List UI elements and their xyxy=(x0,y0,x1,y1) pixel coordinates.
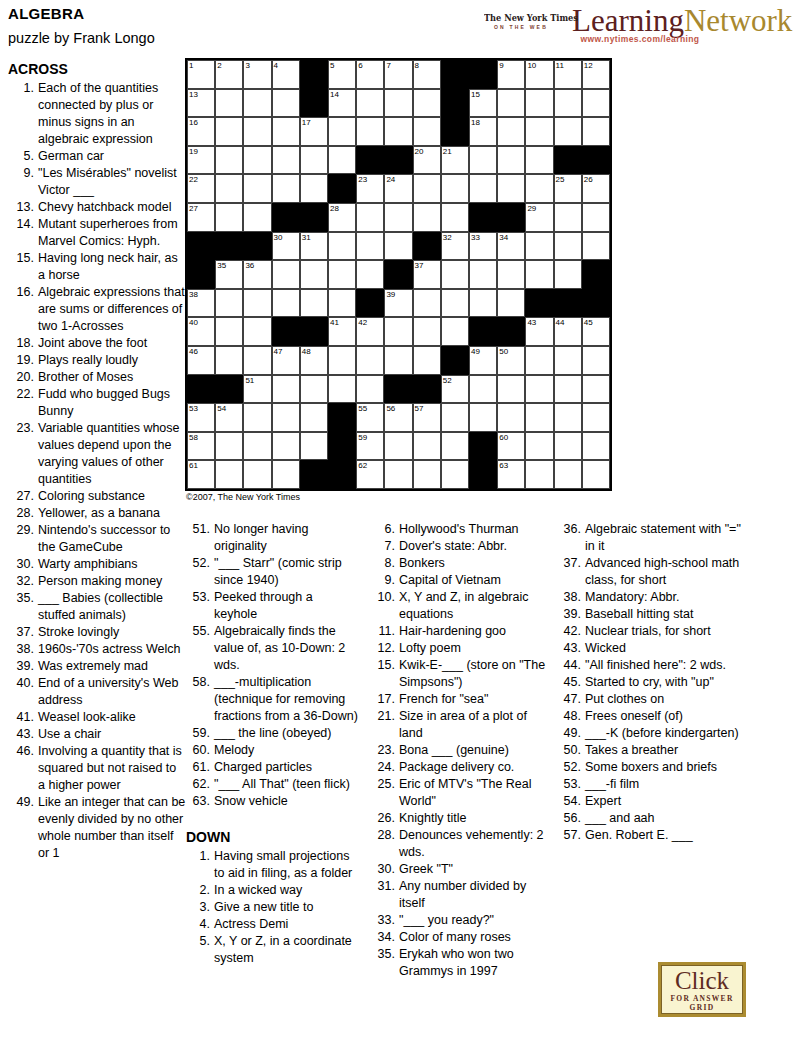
cell-r15c10[interactable] xyxy=(441,460,469,489)
down-clue-24: 24.Package delivery co. xyxy=(371,759,551,776)
cell-r4c11[interactable] xyxy=(469,146,497,175)
cell-number: 17 xyxy=(302,118,311,127)
across-clue-15: 15.Having long neck hair, as a horse xyxy=(8,250,186,284)
black-cell xyxy=(441,346,469,375)
clue-number: 23. xyxy=(8,420,34,488)
down-header: DOWN xyxy=(186,829,358,845)
cell-r14c5[interactable] xyxy=(300,432,328,461)
clue-text: X, Y and Z, in algebraic equations xyxy=(399,589,551,623)
answer-grid-button[interactable]: Click FOR ANSWER GRID xyxy=(658,962,746,1017)
cell-r13c13[interactable] xyxy=(525,403,553,432)
cell-r9c12[interactable] xyxy=(497,289,525,318)
cell-number: 63 xyxy=(499,461,508,470)
clue-text: Bonkers xyxy=(399,555,551,572)
cell-r2c12[interactable] xyxy=(497,89,525,118)
cell-number: 39 xyxy=(386,290,395,299)
across-clue-19: 19.Plays really loudly xyxy=(8,352,186,369)
cell-r3c5[interactable]: 17 xyxy=(300,117,328,146)
cell-r7c14[interactable] xyxy=(554,232,582,261)
cell-r9c11[interactable] xyxy=(469,289,497,318)
cell-r15c9[interactable] xyxy=(413,460,441,489)
cell-r12c12[interactable] xyxy=(497,375,525,404)
cell-r6c9[interactable] xyxy=(413,203,441,232)
cell-r10c1[interactable]: 40 xyxy=(187,317,215,346)
cell-r2c4[interactable] xyxy=(272,89,300,118)
cell-r5c3[interactable] xyxy=(243,174,271,203)
clue-number: 46. xyxy=(8,743,34,794)
clue-number: 10. xyxy=(371,589,395,623)
clue-number: 6. xyxy=(371,521,395,538)
clue-text: Use a chair xyxy=(38,726,186,743)
clue-number: 39. xyxy=(555,606,581,623)
cell-r11c15[interactable] xyxy=(582,346,610,375)
cell-r10c15[interactable]: 45 xyxy=(582,317,610,346)
clue-number: 23. xyxy=(371,742,395,759)
down-clue-43: 43.Wicked xyxy=(555,640,751,657)
across-clue-41: 41.Weasel look-alike xyxy=(8,709,186,726)
clue-number: 14. xyxy=(8,216,34,250)
cell-r4c9[interactable]: 20 xyxy=(413,146,441,175)
cell-r13c2[interactable]: 54 xyxy=(215,403,243,432)
black-cell xyxy=(215,375,243,404)
cell-r11c2[interactable] xyxy=(215,346,243,375)
cell-r2c8[interactable] xyxy=(384,89,412,118)
cell-number: 3 xyxy=(245,61,249,70)
cell-number: 30 xyxy=(274,233,283,242)
cell-r12c5[interactable] xyxy=(300,375,328,404)
cell-number: 62 xyxy=(358,461,367,470)
clue-number: 63. xyxy=(186,793,210,810)
clue-number: 31. xyxy=(371,878,395,912)
cell-number: 46 xyxy=(189,347,198,356)
cell-r5c11[interactable] xyxy=(469,174,497,203)
cell-r2c15[interactable] xyxy=(582,89,610,118)
across-clue-23: 23.Variable quantities whose values depe… xyxy=(8,420,186,488)
cell-r6c13[interactable]: 29 xyxy=(525,203,553,232)
black-cell xyxy=(328,460,356,489)
cell-r2c6[interactable]: 14 xyxy=(328,89,356,118)
cell-number: 20 xyxy=(415,147,424,156)
cell-number: 34 xyxy=(499,233,508,242)
cell-r1c3[interactable]: 3 xyxy=(243,60,271,89)
cell-r12c14[interactable] xyxy=(554,375,582,404)
cell-r7c15[interactable] xyxy=(582,232,610,261)
cell-r10c8[interactable] xyxy=(384,317,412,346)
cell-r12c4[interactable] xyxy=(272,375,300,404)
cell-r14c12[interactable]: 60 xyxy=(497,432,525,461)
cell-r2c14[interactable] xyxy=(554,89,582,118)
cell-r3c13[interactable] xyxy=(525,117,553,146)
cell-r12c7[interactable] xyxy=(356,375,384,404)
clue-text: Stroke lovingly xyxy=(38,624,186,641)
clue-number: 32. xyxy=(8,573,34,590)
clue-text: Mandatory: Abbr. xyxy=(585,589,751,606)
cell-r14c15[interactable] xyxy=(582,432,610,461)
cell-r12c10[interactable]: 52 xyxy=(441,375,469,404)
across-clue-27: 27.Coloring substance xyxy=(8,488,186,505)
clue-number: 29. xyxy=(8,522,34,556)
down-clue-15: 15.Kwik-E-___ (store on "The Simpsons") xyxy=(371,657,551,691)
cell-r10c7[interactable]: 42 xyxy=(356,317,384,346)
cell-r14c4[interactable] xyxy=(272,432,300,461)
cell-r4c12[interactable] xyxy=(497,146,525,175)
across-clue-53: 53.Peeked through a keyhole xyxy=(186,589,358,623)
down-clue-39: 39.Baseball hitting stat xyxy=(555,606,751,623)
cell-number: 43 xyxy=(527,318,536,327)
cell-r13c1[interactable]: 53 xyxy=(187,403,215,432)
cell-r3c8[interactable] xyxy=(384,117,412,146)
cell-r6c1[interactable]: 27 xyxy=(187,203,215,232)
cell-r5c5[interactable] xyxy=(300,174,328,203)
cell-r1c6[interactable]: 5 xyxy=(328,60,356,89)
cell-r3c3[interactable] xyxy=(243,117,271,146)
across-clue-58: 58.___-multiplication (technique for rem… xyxy=(186,674,358,725)
cell-r11c3[interactable] xyxy=(243,346,271,375)
clue-text: Was extremely mad xyxy=(38,658,186,675)
cell-r5c15[interactable]: 26 xyxy=(582,174,610,203)
cell-r9c4[interactable] xyxy=(272,289,300,318)
cell-r10c9[interactable] xyxy=(413,317,441,346)
clue-number: 15. xyxy=(8,250,34,284)
cell-r7c12[interactable]: 34 xyxy=(497,232,525,261)
cell-r10c14[interactable]: 44 xyxy=(554,317,582,346)
cell-r2c2[interactable] xyxy=(215,89,243,118)
cell-r3c2[interactable] xyxy=(215,117,243,146)
clue-number: 33. xyxy=(371,912,395,929)
cell-number: 14 xyxy=(330,90,339,99)
cell-number: 31 xyxy=(302,233,311,242)
cell-r15c3[interactable] xyxy=(243,460,271,489)
cell-r4c3[interactable] xyxy=(243,146,271,175)
cell-r8c9[interactable]: 37 xyxy=(413,260,441,289)
across-clue-39: 39.Was extremely mad xyxy=(8,658,186,675)
cell-r1c7[interactable]: 6 xyxy=(356,60,384,89)
across-clue-62: 62."___ All That" (teen flick) xyxy=(186,776,358,793)
cell-r11c8[interactable] xyxy=(384,346,412,375)
cell-r3c7[interactable] xyxy=(356,117,384,146)
cell-r2c11[interactable]: 15 xyxy=(469,89,497,118)
cell-r3c15[interactable] xyxy=(582,117,610,146)
cell-r13c15[interactable] xyxy=(582,403,610,432)
cell-r14c7[interactable]: 59 xyxy=(356,432,384,461)
across-clues-list-1: 1.Each of the quantities connected by pl… xyxy=(8,80,186,862)
cell-r12c11[interactable] xyxy=(469,375,497,404)
cell-r1c2[interactable]: 2 xyxy=(215,60,243,89)
cell-r2c3[interactable] xyxy=(243,89,271,118)
black-cell xyxy=(582,289,610,318)
cell-r1c8[interactable]: 7 xyxy=(384,60,412,89)
cell-r9c9[interactable] xyxy=(413,289,441,318)
cell-r12c6[interactable] xyxy=(328,375,356,404)
across-clue-55: 55.Algebraically finds the value of, as … xyxy=(186,623,358,674)
cell-r1c14[interactable]: 11 xyxy=(554,60,582,89)
down-clue-45: 45.Started to cry, with "up" xyxy=(555,674,751,691)
cell-r7c4[interactable]: 30 xyxy=(272,232,300,261)
cell-r14c14[interactable] xyxy=(554,432,582,461)
cell-r4c5[interactable] xyxy=(300,146,328,175)
cell-r13c4[interactable] xyxy=(272,403,300,432)
cell-r7c13[interactable] xyxy=(525,232,553,261)
cell-r3c6[interactable] xyxy=(328,117,356,146)
cell-r2c9[interactable] xyxy=(413,89,441,118)
cell-r15c8[interactable] xyxy=(384,460,412,489)
cell-number: 55 xyxy=(358,404,367,413)
black-cell xyxy=(300,89,328,118)
clue-number: 27. xyxy=(8,488,34,505)
cell-r4c10[interactable]: 21 xyxy=(441,146,469,175)
cell-r2c13[interactable] xyxy=(525,89,553,118)
across-clue-46: 46.Involving a quantity that is squared … xyxy=(8,743,186,794)
cell-r4c13[interactable] xyxy=(525,146,553,175)
down-clue-12: 12.Lofty poem xyxy=(371,640,551,657)
cell-r10c13[interactable]: 43 xyxy=(525,317,553,346)
cell-r5c12[interactable] xyxy=(497,174,525,203)
clue-number: 45. xyxy=(555,674,581,691)
down-clue-47: 47.Put clothes on xyxy=(555,691,751,708)
cell-r5c1[interactable]: 22 xyxy=(187,174,215,203)
clue-text: Bona ___ (genuine) xyxy=(399,742,551,759)
cell-r11c7[interactable] xyxy=(356,346,384,375)
clue-text: Capital of Vietnam xyxy=(399,572,551,589)
cell-r9c1[interactable]: 38 xyxy=(187,289,215,318)
cell-r9c2[interactable] xyxy=(215,289,243,318)
clue-text: "Les Misérables" novelist Victor ___ xyxy=(38,165,186,199)
across-clue-51: 51.No longer having originality xyxy=(186,521,358,555)
cell-r11c9[interactable] xyxy=(413,346,441,375)
cell-r6c7[interactable] xyxy=(356,203,384,232)
cell-r14c13[interactable] xyxy=(525,432,553,461)
cell-r11c12[interactable]: 50 xyxy=(497,346,525,375)
cell-r9c3[interactable] xyxy=(243,289,271,318)
across-header: ACROSS xyxy=(8,61,186,77)
across-clues-column: ACROSS 1.Each of the quantities connecte… xyxy=(8,61,186,862)
clue-number: 56. xyxy=(555,810,581,827)
down-clue-26: 26.Knightly title xyxy=(371,810,551,827)
cell-r8c13[interactable] xyxy=(525,260,553,289)
cell-r5c8[interactable]: 24 xyxy=(384,174,412,203)
cell-r1c1[interactable]: 1 xyxy=(187,60,215,89)
clue-number: 61. xyxy=(186,759,210,776)
cell-r11c11[interactable]: 49 xyxy=(469,346,497,375)
cell-r15c7[interactable]: 62 xyxy=(356,460,384,489)
clue-number: 13. xyxy=(8,199,34,216)
cell-r15c15[interactable] xyxy=(582,460,610,489)
cell-r3c9[interactable] xyxy=(413,117,441,146)
down-clue-28: 28.Denounces vehemently: 2 wds. xyxy=(371,827,551,861)
cell-r6c6[interactable]: 28 xyxy=(328,203,356,232)
cell-r12c3[interactable]: 51 xyxy=(243,375,271,404)
clue-text: Hollywood's Thurman xyxy=(399,521,551,538)
cell-r11c5[interactable]: 48 xyxy=(300,346,328,375)
cell-r6c3[interactable] xyxy=(243,203,271,232)
down-clues-list-2: 6.Hollywood's Thurman7.Dover's state: Ab… xyxy=(371,521,551,980)
cell-r10c6[interactable]: 41 xyxy=(328,317,356,346)
clue-number: 9. xyxy=(8,165,34,199)
cell-r10c10[interactable] xyxy=(441,317,469,346)
cell-r14c8[interactable] xyxy=(384,432,412,461)
cell-r13c11[interactable] xyxy=(469,403,497,432)
cell-r14c3[interactable] xyxy=(243,432,271,461)
cell-number: 28 xyxy=(330,204,339,213)
cell-r11c6[interactable] xyxy=(328,346,356,375)
cell-number: 25 xyxy=(556,175,565,184)
cell-r1c9[interactable]: 8 xyxy=(413,60,441,89)
black-cell xyxy=(384,260,412,289)
cell-r3c4[interactable] xyxy=(272,117,300,146)
across-clue-22: 22.Fudd who bugged Bugs Bunny xyxy=(8,386,186,420)
cell-r6c15[interactable] xyxy=(582,203,610,232)
cell-r13c3[interactable] xyxy=(243,403,271,432)
cell-r13c9[interactable]: 57 xyxy=(413,403,441,432)
black-cell xyxy=(441,117,469,146)
cell-number: 29 xyxy=(527,204,536,213)
cell-r8c10[interactable] xyxy=(441,260,469,289)
cell-r9c8[interactable]: 39 xyxy=(384,289,412,318)
cell-r13c14[interactable] xyxy=(554,403,582,432)
across-clue-16: 16.Algebraic expressions that are sums o… xyxy=(8,284,186,335)
cell-r3c14[interactable] xyxy=(554,117,582,146)
cell-r12c15[interactable] xyxy=(582,375,610,404)
cell-r5c9[interactable] xyxy=(413,174,441,203)
cell-r2c1[interactable]: 13 xyxy=(187,89,215,118)
cell-r4c4[interactable] xyxy=(272,146,300,175)
cell-r5c10[interactable] xyxy=(441,174,469,203)
cell-r10c3[interactable] xyxy=(243,317,271,346)
cell-r6c8[interactable] xyxy=(384,203,412,232)
down-clue-7: 7.Dover's state: Abbr. xyxy=(371,538,551,555)
cell-r6c2[interactable] xyxy=(215,203,243,232)
cell-r13c10[interactable] xyxy=(441,403,469,432)
clue-number: 28. xyxy=(371,827,395,861)
bottom-clues-column-2: 6.Hollywood's Thurman7.Dover's state: Ab… xyxy=(371,521,551,980)
cell-r8c12[interactable] xyxy=(497,260,525,289)
cell-r5c14[interactable]: 25 xyxy=(554,174,582,203)
cell-r7c10[interactable]: 32 xyxy=(441,232,469,261)
across-clue-29: 29.Nintendo's successor to the GameCube xyxy=(8,522,186,556)
cell-r7c7[interactable] xyxy=(356,232,384,261)
cell-r4c2[interactable] xyxy=(215,146,243,175)
clue-number: 53. xyxy=(555,776,581,793)
cell-r1c13[interactable]: 10 xyxy=(525,60,553,89)
cell-r11c4[interactable]: 47 xyxy=(272,346,300,375)
clue-number: 30. xyxy=(371,861,395,878)
cell-r8c11[interactable] xyxy=(469,260,497,289)
cell-r1c12[interactable]: 9 xyxy=(497,60,525,89)
down-clue-25: 25.Eric of MTV's "The Real World" xyxy=(371,776,551,810)
cell-r14c9[interactable] xyxy=(413,432,441,461)
cell-r8c4[interactable] xyxy=(272,260,300,289)
cell-r8c7[interactable] xyxy=(356,260,384,289)
cell-r13c7[interactable]: 55 xyxy=(356,403,384,432)
cell-r9c10[interactable] xyxy=(441,289,469,318)
cell-r13c12[interactable] xyxy=(497,403,525,432)
cell-number: 26 xyxy=(584,175,593,184)
cell-r8c2[interactable]: 35 xyxy=(215,260,243,289)
down-clues-list-3: 36.Algebraic statement with "=" in it37.… xyxy=(555,521,751,844)
black-cell xyxy=(497,317,525,346)
clue-text: No longer having originality xyxy=(214,521,358,555)
cell-r14c10[interactable] xyxy=(441,432,469,461)
learning-wordmark: Learning xyxy=(572,4,684,38)
cell-r7c8[interactable] xyxy=(384,232,412,261)
cell-r3c1[interactable]: 16 xyxy=(187,117,215,146)
cell-r15c13[interactable] xyxy=(525,460,553,489)
cell-number: 7 xyxy=(386,61,390,70)
cell-r1c15[interactable]: 12 xyxy=(582,60,610,89)
across-clue-59: 59.___ the line (obeyed) xyxy=(186,725,358,742)
cell-r1c4[interactable]: 4 xyxy=(272,60,300,89)
clue-number: 52. xyxy=(186,555,210,589)
cell-r4c1[interactable]: 19 xyxy=(187,146,215,175)
black-cell xyxy=(328,174,356,203)
cell-r8c3[interactable]: 36 xyxy=(243,260,271,289)
cell-r5c7[interactable]: 23 xyxy=(356,174,384,203)
cell-number: 54 xyxy=(217,404,226,413)
cell-r9c5[interactable] xyxy=(300,289,328,318)
black-cell xyxy=(272,203,300,232)
cell-r4c6[interactable] xyxy=(328,146,356,175)
clue-text: Like an integer that can be evenly divid… xyxy=(38,794,186,862)
across-clue-9: 9."Les Misérables" novelist Victor ___ xyxy=(8,165,186,199)
down-clue-34: 34.Color of many roses xyxy=(371,929,551,946)
cell-r13c8[interactable]: 56 xyxy=(384,403,412,432)
cell-r14c1[interactable]: 58 xyxy=(187,432,215,461)
cell-r12c13[interactable] xyxy=(525,375,553,404)
cell-r11c14[interactable] xyxy=(554,346,582,375)
clue-number: 17. xyxy=(371,691,395,708)
clue-text: Wicked xyxy=(585,640,751,657)
cell-r3c12[interactable] xyxy=(497,117,525,146)
clue-number: 43. xyxy=(8,726,34,743)
cell-r15c1[interactable]: 61 xyxy=(187,460,215,489)
down-clue-2: 2.In a wicked way xyxy=(186,882,358,899)
cell-r7c11[interactable]: 33 xyxy=(469,232,497,261)
across-clue-40: 40.End of a university's Web address xyxy=(8,675,186,709)
cell-r5c2[interactable] xyxy=(215,174,243,203)
cell-r8c6[interactable] xyxy=(328,260,356,289)
cell-r5c13[interactable] xyxy=(525,174,553,203)
cell-r8c14[interactable] xyxy=(554,260,582,289)
cell-r11c1[interactable]: 46 xyxy=(187,346,215,375)
cell-r11c13[interactable] xyxy=(525,346,553,375)
cell-r6c14[interactable] xyxy=(554,203,582,232)
clue-text: Hair-hardening goo xyxy=(399,623,551,640)
cell-r15c4[interactable] xyxy=(272,460,300,489)
cell-r8c5[interactable] xyxy=(300,260,328,289)
cell-r7c5[interactable]: 31 xyxy=(300,232,328,261)
cell-number: 21 xyxy=(443,147,452,156)
cell-r6c10[interactable] xyxy=(441,203,469,232)
down-clue-56: 56.___ and aah xyxy=(555,810,751,827)
clue-number: 42. xyxy=(555,623,581,640)
cell-r2c7[interactable] xyxy=(356,89,384,118)
cell-r14c2[interactable] xyxy=(215,432,243,461)
cell-r15c12[interactable]: 63 xyxy=(497,460,525,489)
cell-r7c6[interactable] xyxy=(328,232,356,261)
cell-r15c2[interactable] xyxy=(215,460,243,489)
cell-r15c14[interactable] xyxy=(554,460,582,489)
cell-r3c11[interactable]: 18 xyxy=(469,117,497,146)
clue-text: Color of many roses xyxy=(399,929,551,946)
across-clue-20: 20.Brother of Moses xyxy=(8,369,186,386)
clue-number: 24. xyxy=(371,759,395,776)
across-clue-5: 5.German car xyxy=(8,148,186,165)
cell-r5c4[interactable] xyxy=(272,174,300,203)
cell-r13c5[interactable] xyxy=(300,403,328,432)
cell-r10c2[interactable] xyxy=(215,317,243,346)
clue-text: Algebraic statement with "=" in it xyxy=(585,521,751,555)
cell-r9c6[interactable] xyxy=(328,289,356,318)
